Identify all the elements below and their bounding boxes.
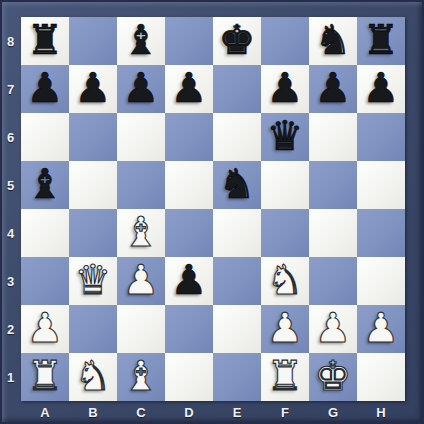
white-rook[interactable]: ♜ (21, 353, 69, 401)
square-h4[interactable] (357, 209, 405, 257)
square-b7[interactable]: ♟ (69, 65, 117, 113)
square-c1[interactable]: ♝ (117, 353, 165, 401)
file-label-g: G (309, 401, 357, 423)
file-label-c: C (117, 401, 165, 423)
square-e8[interactable]: ♚ (213, 17, 261, 65)
file-label-d: D (165, 401, 213, 423)
rank-label-6: 6 (0, 113, 21, 161)
rank-label-1: 1 (0, 353, 21, 401)
square-d2[interactable] (165, 305, 213, 353)
square-e5[interactable]: ♞ (213, 161, 261, 209)
square-a6[interactable] (21, 113, 69, 161)
square-d1[interactable] (165, 353, 213, 401)
file-labels: A B C D E F G H (21, 401, 405, 423)
white-pawn[interactable]: ♟ (309, 305, 357, 353)
rank-label-5: 5 (0, 161, 21, 209)
square-b1[interactable]: ♞ (69, 353, 117, 401)
rank-label-3: 3 (0, 257, 21, 305)
rank-label-4: 4 (0, 209, 21, 257)
square-d3[interactable]: ♟ (165, 257, 213, 305)
square-c2[interactable] (117, 305, 165, 353)
square-b3[interactable]: ♛ (69, 257, 117, 305)
square-c7[interactable]: ♟ (117, 65, 165, 113)
black-queen[interactable]: ♛ (261, 113, 309, 161)
square-h6[interactable] (357, 113, 405, 161)
square-e2[interactable] (213, 305, 261, 353)
square-b8[interactable] (69, 17, 117, 65)
rank-label-2: 2 (0, 305, 21, 353)
square-g3[interactable] (309, 257, 357, 305)
black-knight[interactable]: ♞ (309, 17, 357, 65)
file-label-h: H (357, 401, 405, 423)
square-g1[interactable]: ♚ (309, 353, 357, 401)
black-knight[interactable]: ♞ (213, 161, 261, 209)
square-h7[interactable]: ♟ (357, 65, 405, 113)
square-f3[interactable]: ♞ (261, 257, 309, 305)
black-bishop[interactable]: ♝ (21, 161, 69, 209)
square-f2[interactable]: ♟ (261, 305, 309, 353)
black-rook[interactable]: ♜ (21, 17, 69, 65)
square-d4[interactable] (165, 209, 213, 257)
square-e6[interactable] (213, 113, 261, 161)
square-a4[interactable] (21, 209, 69, 257)
square-a1[interactable]: ♜ (21, 353, 69, 401)
white-bishop[interactable]: ♝ (117, 353, 165, 401)
file-label-a: A (21, 401, 69, 423)
square-a2[interactable]: ♟ (21, 305, 69, 353)
square-d7[interactable]: ♟ (165, 65, 213, 113)
square-h1[interactable] (357, 353, 405, 401)
black-pawn[interactable]: ♟ (69, 65, 117, 113)
square-h2[interactable]: ♟ (357, 305, 405, 353)
file-label-b: B (69, 401, 117, 423)
black-pawn[interactable]: ♟ (357, 65, 405, 113)
black-pawn[interactable]: ♟ (165, 65, 213, 113)
square-f8[interactable] (261, 17, 309, 65)
file-label-f: F (261, 401, 309, 423)
square-e3[interactable] (213, 257, 261, 305)
square-f5[interactable] (261, 161, 309, 209)
rank-label-7: 7 (0, 65, 21, 113)
chess-board: ♜♝♚♞♜♟♟♟♟♟♟♟♛♝♞♝♛♟♟♞♟♟♟♟♜♞♝♜♚ (21, 17, 405, 401)
chess-board-frame: 8 7 6 5 4 3 2 1 ♜♝♚♞♜♟♟♟♟♟♟♟♛♝♞♝♛♟♟♞♟♟♟♟… (0, 0, 424, 424)
black-king[interactable]: ♚ (213, 17, 261, 65)
square-a8[interactable]: ♜ (21, 17, 69, 65)
square-b5[interactable] (69, 161, 117, 209)
square-c8[interactable]: ♝ (117, 17, 165, 65)
square-f6[interactable]: ♛ (261, 113, 309, 161)
square-c5[interactable] (117, 161, 165, 209)
square-f1[interactable]: ♜ (261, 353, 309, 401)
white-queen[interactable]: ♛ (69, 257, 117, 305)
square-g6[interactable] (309, 113, 357, 161)
square-e1[interactable] (213, 353, 261, 401)
square-f4[interactable] (261, 209, 309, 257)
square-d8[interactable] (165, 17, 213, 65)
white-king[interactable]: ♚ (309, 353, 357, 401)
square-g8[interactable]: ♞ (309, 17, 357, 65)
square-a5[interactable]: ♝ (21, 161, 69, 209)
square-b6[interactable] (69, 113, 117, 161)
white-pawn[interactable]: ♟ (261, 305, 309, 353)
square-h5[interactable] (357, 161, 405, 209)
square-d5[interactable] (165, 161, 213, 209)
white-pawn[interactable]: ♟ (21, 305, 69, 353)
black-pawn[interactable]: ♟ (21, 65, 69, 113)
square-c3[interactable]: ♟ (117, 257, 165, 305)
square-h8[interactable]: ♜ (357, 17, 405, 65)
square-e7[interactable] (213, 65, 261, 113)
square-g4[interactable] (309, 209, 357, 257)
square-a7[interactable]: ♟ (21, 65, 69, 113)
rank-labels: 8 7 6 5 4 3 2 1 (0, 17, 21, 401)
square-g7[interactable]: ♟ (309, 65, 357, 113)
square-h3[interactable] (357, 257, 405, 305)
square-f7[interactable]: ♟ (261, 65, 309, 113)
square-e4[interactable] (213, 209, 261, 257)
white-pawn[interactable]: ♟ (117, 257, 165, 305)
square-c6[interactable] (117, 113, 165, 161)
square-g2[interactable]: ♟ (309, 305, 357, 353)
black-bishop[interactable]: ♝ (117, 17, 165, 65)
white-rook[interactable]: ♜ (261, 353, 309, 401)
black-pawn[interactable]: ♟ (309, 65, 357, 113)
black-pawn[interactable]: ♟ (117, 65, 165, 113)
black-rook[interactable]: ♜ (357, 17, 405, 65)
square-b4[interactable] (69, 209, 117, 257)
square-a3[interactable] (21, 257, 69, 305)
rank-label-8: 8 (0, 17, 21, 65)
square-d6[interactable] (165, 113, 213, 161)
white-pawn[interactable]: ♟ (357, 305, 405, 353)
black-pawn[interactable]: ♟ (261, 65, 309, 113)
square-g5[interactable] (309, 161, 357, 209)
white-knight[interactable]: ♞ (261, 257, 309, 305)
file-label-e: E (213, 401, 261, 423)
white-knight[interactable]: ♞ (69, 353, 117, 401)
black-pawn[interactable]: ♟ (165, 257, 213, 305)
square-b2[interactable] (69, 305, 117, 353)
white-bishop[interactable]: ♝ (117, 209, 165, 257)
square-c4[interactable]: ♝ (117, 209, 165, 257)
